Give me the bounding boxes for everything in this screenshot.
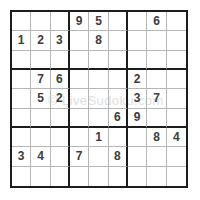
cell-r9c6[interactable] (109, 167, 128, 186)
cell-r1c1[interactable] (12, 12, 31, 31)
cell-r1c2[interactable] (31, 12, 50, 31)
cell-r5c7[interactable]: 3 (128, 89, 147, 108)
cell-r4c6[interactable] (109, 70, 128, 89)
cell-r8c8[interactable] (147, 147, 166, 166)
cell-r3c7[interactable] (128, 51, 147, 70)
cell-r9c3[interactable] (51, 167, 70, 186)
cell-r9c2[interactable] (31, 167, 50, 186)
cell-r8c2[interactable]: 4 (31, 147, 50, 166)
cell-r4c3[interactable]: 6 (51, 70, 70, 89)
cell-r9c1[interactable] (12, 167, 31, 186)
cell-r8c5[interactable] (89, 147, 108, 166)
cell-r6c6[interactable]: 6 (109, 109, 128, 128)
cell-r5c2[interactable]: 5 (31, 89, 50, 108)
cell-r9c4[interactable] (70, 167, 89, 186)
cell-r8c4[interactable]: 7 (70, 147, 89, 166)
cell-r8c7[interactable] (128, 147, 147, 166)
cell-r7c9[interactable]: 4 (167, 128, 186, 147)
cell-r7c2[interactable] (31, 128, 50, 147)
cell-r4c5[interactable] (89, 70, 108, 89)
cell-r2c3[interactable]: 3 (51, 31, 70, 50)
cell-r2c7[interactable] (128, 31, 147, 50)
cell-r5c1[interactable] (12, 89, 31, 108)
cell-r4c9[interactable] (167, 70, 186, 89)
cell-r6c9[interactable] (167, 109, 186, 128)
cell-r3c5[interactable] (89, 51, 108, 70)
cell-r2c8[interactable] (147, 31, 166, 50)
cell-r9c8[interactable] (147, 167, 166, 186)
cell-r9c9[interactable] (167, 167, 186, 186)
cell-r3c6[interactable] (109, 51, 128, 70)
cell-r3c9[interactable] (167, 51, 186, 70)
cell-r4c4[interactable] (70, 70, 89, 89)
cell-r9c7[interactable] (128, 167, 147, 186)
cell-r1c3[interactable] (51, 12, 70, 31)
cell-r1c4[interactable]: 9 (70, 12, 89, 31)
cell-r4c7[interactable]: 2 (128, 70, 147, 89)
cell-r5c3[interactable]: 2 (51, 89, 70, 108)
cell-r6c5[interactable] (89, 109, 108, 128)
cell-r6c2[interactable] (31, 109, 50, 128)
sudoku-board: © LiveSudoku.com 95612387625237691843478 (10, 10, 188, 188)
cell-r3c4[interactable] (70, 51, 89, 70)
cell-r4c1[interactable] (12, 70, 31, 89)
cell-r7c4[interactable] (70, 128, 89, 147)
cell-r7c7[interactable] (128, 128, 147, 147)
cell-r3c2[interactable] (31, 51, 50, 70)
cell-r4c8[interactable] (147, 70, 166, 89)
cell-r7c1[interactable] (12, 128, 31, 147)
cell-r8c3[interactable] (51, 147, 70, 166)
cell-r7c8[interactable]: 8 (147, 128, 166, 147)
cell-r7c5[interactable]: 1 (89, 128, 108, 147)
cell-r6c4[interactable] (70, 109, 89, 128)
cell-r2c9[interactable] (167, 31, 186, 50)
cell-r8c1[interactable]: 3 (12, 147, 31, 166)
cell-r6c8[interactable] (147, 109, 166, 128)
cell-r1c5[interactable]: 5 (89, 12, 108, 31)
cell-r6c1[interactable] (12, 109, 31, 128)
cell-r1c6[interactable] (109, 12, 128, 31)
cell-r2c4[interactable] (70, 31, 89, 50)
cell-r4c2[interactable]: 7 (31, 70, 50, 89)
cell-r1c7[interactable] (128, 12, 147, 31)
cell-r7c3[interactable] (51, 128, 70, 147)
cell-r5c9[interactable] (167, 89, 186, 108)
cell-r9c5[interactable] (89, 167, 108, 186)
cell-r3c3[interactable] (51, 51, 70, 70)
cell-r8c9[interactable] (167, 147, 186, 166)
cell-r7c6[interactable] (109, 128, 128, 147)
cell-r2c1[interactable]: 1 (12, 31, 31, 50)
cell-r5c6[interactable] (109, 89, 128, 108)
cell-r6c3[interactable] (51, 109, 70, 128)
cell-r3c1[interactable] (12, 51, 31, 70)
cell-r2c2[interactable]: 2 (31, 31, 50, 50)
cell-r5c5[interactable] (89, 89, 108, 108)
cell-r3c8[interactable] (147, 51, 166, 70)
cell-r1c9[interactable] (167, 12, 186, 31)
cell-r8c6[interactable]: 8 (109, 147, 128, 166)
cell-r5c8[interactable]: 7 (147, 89, 166, 108)
cell-r2c6[interactable] (109, 31, 128, 50)
cell-r5c4[interactable] (70, 89, 89, 108)
cell-r1c8[interactable]: 6 (147, 12, 166, 31)
cell-r2c5[interactable]: 8 (89, 31, 108, 50)
cell-r6c7[interactable]: 9 (128, 109, 147, 128)
